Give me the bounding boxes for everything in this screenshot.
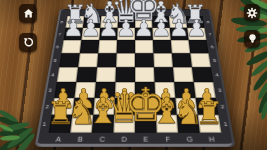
piece-silver-pawn-h7[interactable]: ♟ <box>186 15 207 38</box>
pieces-layer: ♜♞♝♛♚♝♞♜♟♟♟♟♟♟♟♟♟♟♟♟♟♟♟♟♜♞♝♛♚♝♞♜ <box>0 0 267 150</box>
light-bulb-icon <box>247 32 258 46</box>
game-screen: ABCDEFGH8877665544332211ABCDEFGH ♜♞♝♛♚♝♞… <box>0 0 267 150</box>
home-icon <box>22 7 35 20</box>
piece-gold-rook-h1[interactable]: ♜ <box>195 98 223 129</box>
undo-button[interactable] <box>19 33 37 52</box>
home-button[interactable] <box>19 4 37 23</box>
hint-button[interactable] <box>244 30 260 48</box>
undo-icon <box>22 36 35 49</box>
gear-icon <box>246 7 258 19</box>
settings-button[interactable] <box>244 4 260 21</box>
